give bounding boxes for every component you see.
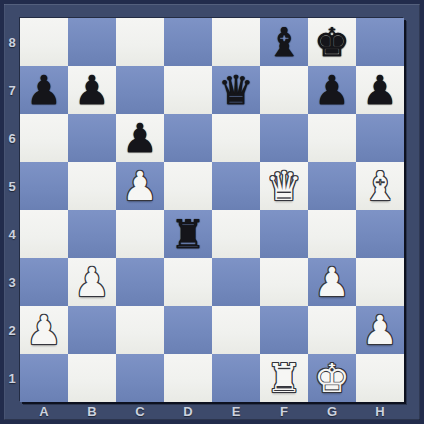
square-h8[interactable]: [356, 18, 404, 66]
square-g6[interactable]: [308, 114, 356, 162]
file-label-g: G: [308, 403, 356, 420]
square-g5[interactable]: [308, 162, 356, 210]
square-c6[interactable]: ♟: [116, 114, 164, 162]
square-h1[interactable]: [356, 354, 404, 402]
square-d8[interactable]: [164, 18, 212, 66]
rank-label-7: 7: [4, 66, 20, 114]
black-queen-e7[interactable]: ♛: [212, 66, 260, 114]
white-pawn-g3[interactable]: ♟: [308, 258, 356, 306]
square-c1[interactable]: [116, 354, 164, 402]
square-g4[interactable]: [308, 210, 356, 258]
square-a6[interactable]: [20, 114, 68, 162]
square-d5[interactable]: [164, 162, 212, 210]
black-pawn-h7[interactable]: ♟: [356, 66, 404, 114]
file-labels: ABCDEFGH: [20, 403, 404, 420]
chess-board[interactable]: ♝♚♟♟♛♟♟♟♟♛♝♜♟♟♟♟♜♚: [20, 18, 404, 402]
square-f7[interactable]: [260, 66, 308, 114]
square-e2[interactable]: [212, 306, 260, 354]
square-d1[interactable]: [164, 354, 212, 402]
square-b5[interactable]: [68, 162, 116, 210]
square-h6[interactable]: [356, 114, 404, 162]
square-f1[interactable]: ♜: [260, 354, 308, 402]
square-f4[interactable]: [260, 210, 308, 258]
square-a5[interactable]: [20, 162, 68, 210]
white-king-g1[interactable]: ♚: [308, 354, 356, 402]
black-pawn-c6[interactable]: ♟: [116, 114, 164, 162]
square-e4[interactable]: [212, 210, 260, 258]
square-b3[interactable]: ♟: [68, 258, 116, 306]
square-h3[interactable]: [356, 258, 404, 306]
rank-label-2: 2: [4, 306, 20, 354]
square-h7[interactable]: ♟: [356, 66, 404, 114]
black-pawn-b7[interactable]: ♟: [68, 66, 116, 114]
square-e3[interactable]: [212, 258, 260, 306]
square-f8[interactable]: ♝: [260, 18, 308, 66]
file-label-f: F: [260, 403, 308, 420]
black-rook-d4[interactable]: ♜: [164, 210, 212, 258]
square-c2[interactable]: [116, 306, 164, 354]
square-d3[interactable]: [164, 258, 212, 306]
rank-label-3: 3: [4, 258, 20, 306]
square-g3[interactable]: ♟: [308, 258, 356, 306]
white-queen-f5[interactable]: ♛: [260, 162, 308, 210]
square-c8[interactable]: [116, 18, 164, 66]
square-c7[interactable]: [116, 66, 164, 114]
square-e8[interactable]: [212, 18, 260, 66]
file-label-a: A: [20, 403, 68, 420]
square-a8[interactable]: [20, 18, 68, 66]
square-f6[interactable]: [260, 114, 308, 162]
square-a3[interactable]: [20, 258, 68, 306]
square-b6[interactable]: [68, 114, 116, 162]
black-king-g8[interactable]: ♚: [308, 18, 356, 66]
square-a7[interactable]: ♟: [20, 66, 68, 114]
file-label-e: E: [212, 403, 260, 420]
rank-label-8: 8: [4, 18, 20, 66]
square-h4[interactable]: [356, 210, 404, 258]
white-rook-f1[interactable]: ♜: [260, 354, 308, 402]
black-pawn-a7[interactable]: ♟: [20, 66, 68, 114]
white-pawn-a2[interactable]: ♟: [20, 306, 68, 354]
square-f5[interactable]: ♛: [260, 162, 308, 210]
file-label-c: C: [116, 403, 164, 420]
file-label-d: D: [164, 403, 212, 420]
square-d2[interactable]: [164, 306, 212, 354]
square-d6[interactable]: [164, 114, 212, 162]
square-a1[interactable]: [20, 354, 68, 402]
square-b1[interactable]: [68, 354, 116, 402]
rank-label-5: 5: [4, 162, 20, 210]
square-g2[interactable]: [308, 306, 356, 354]
square-h2[interactable]: ♟: [356, 306, 404, 354]
square-g7[interactable]: ♟: [308, 66, 356, 114]
square-c4[interactable]: [116, 210, 164, 258]
square-h5[interactable]: ♝: [356, 162, 404, 210]
square-b8[interactable]: [68, 18, 116, 66]
rank-label-6: 6: [4, 114, 20, 162]
black-bishop-f8[interactable]: ♝: [260, 18, 308, 66]
square-c5[interactable]: ♟: [116, 162, 164, 210]
square-b4[interactable]: [68, 210, 116, 258]
white-pawn-h2[interactable]: ♟: [356, 306, 404, 354]
rank-label-4: 4: [4, 210, 20, 258]
square-e1[interactable]: [212, 354, 260, 402]
square-b2[interactable]: [68, 306, 116, 354]
chess-app-window: 87654321 ♝♚♟♟♛♟♟♟♟♛♝♜♟♟♟♟♜♚ ABCDEFGH: [0, 0, 424, 424]
file-label-b: B: [68, 403, 116, 420]
square-a4[interactable]: [20, 210, 68, 258]
square-d4[interactable]: ♜: [164, 210, 212, 258]
square-f3[interactable]: [260, 258, 308, 306]
square-d7[interactable]: [164, 66, 212, 114]
square-g8[interactable]: ♚: [308, 18, 356, 66]
white-bishop-h5[interactable]: ♝: [356, 162, 404, 210]
black-pawn-g7[interactable]: ♟: [308, 66, 356, 114]
rank-label-1: 1: [4, 354, 20, 402]
file-label-h: H: [356, 403, 404, 420]
white-pawn-c5[interactable]: ♟: [116, 162, 164, 210]
square-b7[interactable]: ♟: [68, 66, 116, 114]
rank-labels: 87654321: [4, 18, 20, 402]
square-e6[interactable]: [212, 114, 260, 162]
white-pawn-b3[interactable]: ♟: [68, 258, 116, 306]
square-c3[interactable]: [116, 258, 164, 306]
square-g1[interactable]: ♚: [308, 354, 356, 402]
square-f2[interactable]: [260, 306, 308, 354]
square-e7[interactable]: ♛: [212, 66, 260, 114]
square-a2[interactable]: ♟: [20, 306, 68, 354]
square-e5[interactable]: [212, 162, 260, 210]
